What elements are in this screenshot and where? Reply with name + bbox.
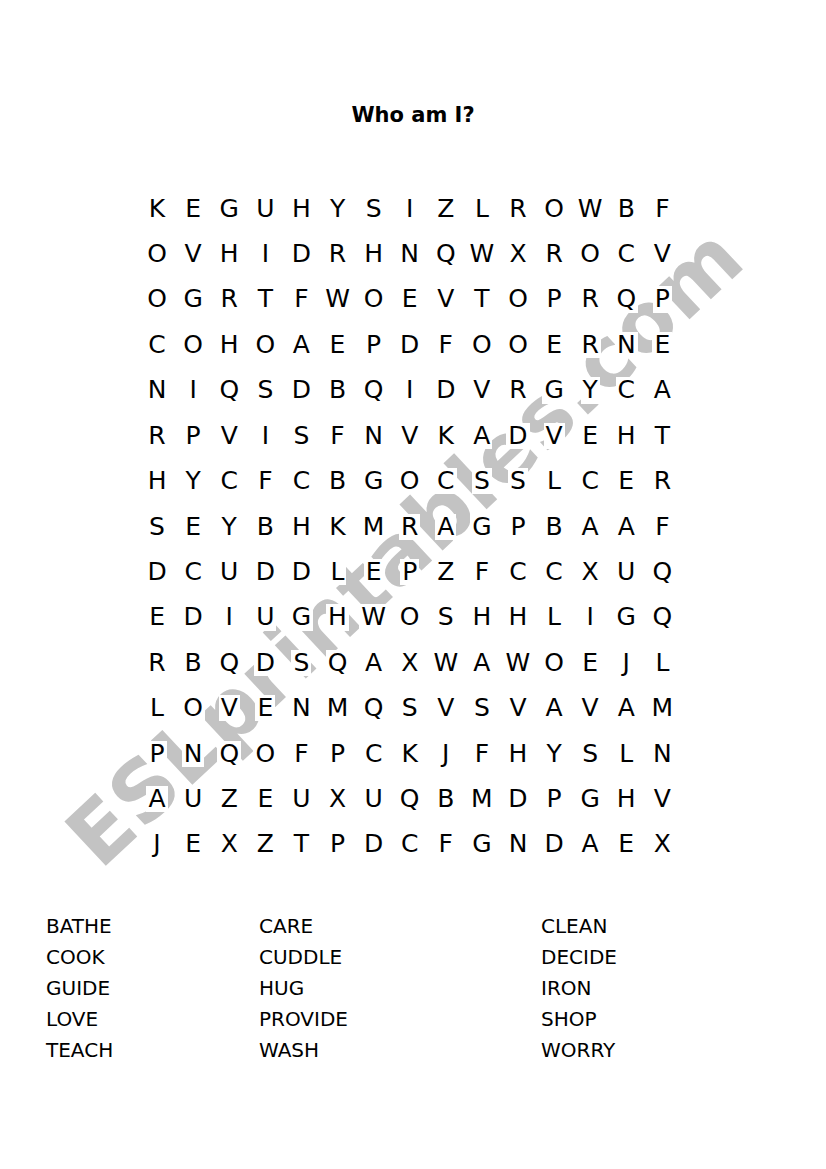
word-item: CLEAN [541, 911, 617, 942]
word-item: WORRY [541, 1035, 617, 1066]
word-item: LOVE [46, 1004, 113, 1035]
word-item: GUIDE [46, 973, 113, 1004]
puzzle-title: Who am I? [0, 103, 826, 127]
word-list-column-3: CLEANDECIDEIRONSHOPWORRY [541, 911, 617, 1066]
word-list-column-2: CARECUDDLEHUGPROVIDEWASH [259, 911, 348, 1066]
word-item: WASH [259, 1035, 348, 1066]
word-item: CUDDLE [259, 942, 348, 973]
word-item: COOK [46, 942, 113, 973]
word-item: DECIDE [541, 942, 617, 973]
word-item: PROVIDE [259, 1004, 348, 1035]
word-item: TEACH [46, 1035, 113, 1066]
word-item: SHOP [541, 1004, 617, 1035]
word-list: BATHECOOKGUIDELOVETEACHCARECUDDLEHUGPROV… [0, 0, 826, 1169]
word-item: HUG [259, 973, 348, 1004]
word-item: IRON [541, 973, 617, 1004]
word-item: BATHE [46, 911, 113, 942]
word-list-column-1: BATHECOOKGUIDELOVETEACH [46, 911, 113, 1066]
word-item: CARE [259, 911, 348, 942]
worksheet-page: ESLprintables.com Who am I? KEGUHYSIZLRO… [0, 0, 826, 1169]
